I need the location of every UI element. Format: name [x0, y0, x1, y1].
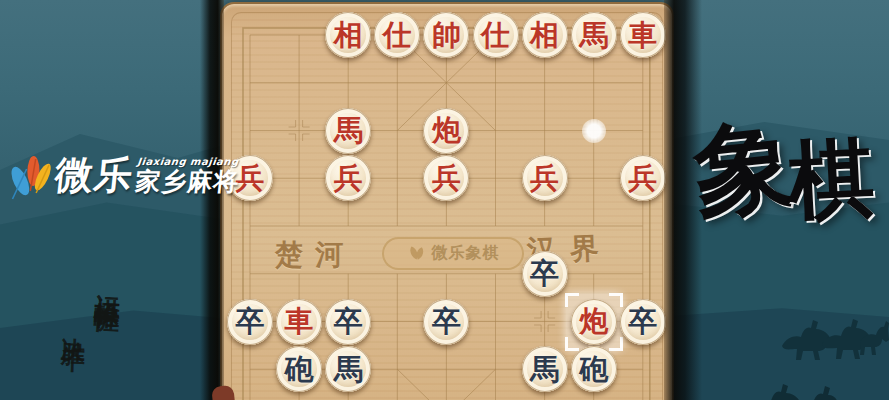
verse-column-2: 决胜千 [58, 317, 91, 333]
piece-馬-red[interactable]: 馬 [325, 108, 371, 154]
app-logo: 微乐 Jiaxiang majiang 家乡麻将 [7, 147, 243, 203]
piece-卒-black[interactable]: 卒 [620, 299, 666, 345]
piece-馬-red[interactable]: 馬 [571, 12, 617, 58]
piece-卒-black[interactable]: 卒 [325, 299, 371, 345]
piece-卒-black[interactable]: 卒 [227, 299, 273, 345]
screenshot-stage: 楚河 汉界 微乐象棋 相仕帥仕相馬車馬炮兵兵兵兵兵卒卒車卒卒炮卒砲馬馬砲 [0, 0, 889, 400]
piece-炮-red[interactable]: 炮 [423, 108, 469, 154]
brand-name: 微乐 [52, 150, 135, 201]
piece-炮-red[interactable]: 炮 [571, 299, 617, 345]
piece-馬-black[interactable]: 馬 [522, 346, 568, 392]
piece-兵-red[interactable]: 兵 [522, 155, 568, 201]
horsemen-silhouette [778, 300, 889, 366]
verse-column-1: 运棋帷幄 [92, 273, 128, 291]
piece-相-red[interactable]: 相 [325, 12, 371, 58]
calligraphy-title-char-2: 棋 [786, 134, 876, 224]
brand-romanized: Jiaxiang majiang [137, 157, 242, 167]
piece-仕-red[interactable]: 仕 [374, 12, 420, 58]
piece-仕-red[interactable]: 仕 [473, 12, 519, 58]
xiangqi-board[interactable]: 楚河 汉界 微乐象棋 相仕帥仕相馬車馬炮兵兵兵兵兵卒卒車卒卒炮卒砲馬馬砲 [220, 2, 674, 400]
piece-相-red[interactable]: 相 [522, 12, 568, 58]
piece-卒-black[interactable]: 卒 [522, 251, 568, 297]
tri-feather-icon [7, 147, 55, 203]
piece-車-red[interactable]: 車 [276, 299, 322, 345]
piece-兵-red[interactable]: 兵 [620, 155, 666, 201]
calligraphy-title-char-1: 象 [689, 113, 799, 223]
piece-卒-black[interactable]: 卒 [423, 299, 469, 345]
last-move-from-marker [582, 119, 606, 143]
brand-product-name: 家乡麻将 [134, 169, 241, 194]
piece-車-red[interactable]: 車 [620, 12, 666, 58]
horsemen-silhouette-bottom [748, 384, 838, 400]
board-corner-decoration [211, 385, 235, 400]
piece-砲-black[interactable]: 砲 [571, 346, 617, 392]
